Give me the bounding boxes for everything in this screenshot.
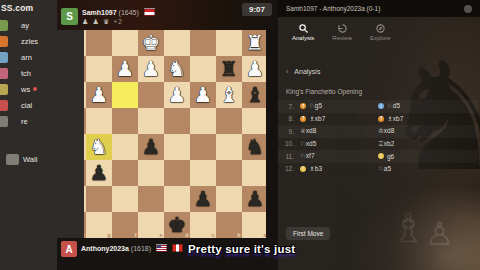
- square-f4[interactable]: [112, 108, 138, 134]
- black-pawn-g6[interactable]: ♟: [86, 160, 112, 186]
- square-e1[interactable]: ♚: [138, 30, 164, 56]
- square-d7[interactable]: [164, 186, 190, 212]
- square-b5[interactable]: [216, 134, 242, 160]
- sidebar-item-arn[interactable]: arn: [0, 50, 32, 64]
- move-text: ♗xb7: [309, 115, 325, 123]
- move-row: 8.?♗xb7?♗xb7: [278, 113, 478, 126]
- square-e2[interactable]: ♟: [138, 56, 164, 82]
- sidebar-item-wall[interactable]: Wall: [0, 152, 37, 166]
- top-player-clock: 9:07: [242, 3, 272, 16]
- square-g2[interactable]: [86, 56, 112, 82]
- opening-name: King's Fianchetto Opening: [286, 88, 362, 95]
- black-pawn-c7[interactable]: ♟: [190, 186, 216, 212]
- white-pawn-c3[interactable]: ♟: [190, 82, 216, 108]
- white-move[interactable]: !♗b3: [300, 165, 378, 173]
- square-g7[interactable]: [86, 186, 112, 212]
- square-g5[interactable]: ♞: [86, 134, 112, 160]
- square-b7[interactable]: [216, 186, 242, 212]
- sidebar-item-zzles[interactable]: zzles: [0, 34, 38, 48]
- sidebar-icon: [0, 100, 8, 111]
- white-knight-g5[interactable]: ♞: [86, 134, 112, 160]
- material-advantage: +2: [114, 18, 123, 25]
- square-f6[interactable]: [112, 160, 138, 186]
- square-g8[interactable]: g: [86, 212, 112, 238]
- square-c3[interactable]: ♟: [190, 82, 216, 108]
- move-text: ♘a5: [378, 165, 391, 173]
- white-move[interactable]: ♘xd5: [300, 140, 378, 148]
- square-e3[interactable]: [138, 82, 164, 108]
- move-text: ♘d5: [387, 102, 400, 110]
- usa-flag-icon: [156, 244, 167, 252]
- white-move[interactable]: ?♘g5: [300, 102, 378, 110]
- move-row: 9.♕xd8♔xd8: [278, 125, 478, 138]
- move-classification-miss-icon: ?: [378, 116, 384, 122]
- black-move[interactable]: ♖xb2: [378, 140, 456, 148]
- move-classification-inacc-icon: !: [300, 166, 306, 172]
- tab-label: Analysis: [292, 35, 314, 41]
- canada-flag-icon: [172, 244, 183, 252]
- analysis-back-row[interactable]: ‹Analysis: [286, 68, 320, 75]
- white-pawn-g3[interactable]: ♟: [86, 82, 112, 108]
- square-d6[interactable]: [164, 160, 190, 186]
- square-d1[interactable]: [164, 30, 190, 56]
- move-number: 9.: [278, 128, 294, 135]
- video-edge-strip: [266, 0, 278, 270]
- file-label-f: f: [135, 232, 137, 238]
- game-title: Samh1097 - Anthony2023a (0-1): [278, 0, 480, 17]
- square-a2[interactable]: ♟: [242, 56, 268, 82]
- move-row: 12.!♗b3♘a5: [278, 163, 478, 176]
- square-d8[interactable]: ♚d: [164, 212, 190, 238]
- sidebar-icon: [0, 84, 8, 95]
- tab-explore[interactable]: Explore: [370, 24, 390, 41]
- move-text: ♘xf7: [300, 152, 315, 160]
- white-pawn-d3[interactable]: ♟: [164, 82, 190, 108]
- chesscom-logo: SS.com: [1, 3, 33, 13]
- sidebar-icon: [0, 116, 8, 127]
- sidebar-item-label: arn: [21, 53, 32, 62]
- black-knight-a5[interactable]: ♞: [242, 134, 268, 160]
- square-a8[interactable]: a: [242, 212, 268, 238]
- move-row: 11.♘xf7!g6: [278, 150, 478, 163]
- square-a6[interactable]: [242, 160, 268, 186]
- square-d4[interactable]: [164, 108, 190, 134]
- move-text: ♘g5: [309, 102, 322, 110]
- square-b3[interactable]: ♝: [216, 82, 242, 108]
- white-pawn-e2[interactable]: ♟: [138, 56, 164, 82]
- move-text: ♘xd5: [300, 140, 316, 148]
- move-text: ♔xd8: [378, 127, 394, 135]
- file-label-e: e: [159, 232, 162, 238]
- file-label-d: d: [185, 232, 188, 238]
- sidebar-icon: [0, 36, 8, 47]
- square-c8[interactable]: c: [190, 212, 216, 238]
- square-g4[interactable]: [86, 108, 112, 134]
- black-move[interactable]: ?♗xb7: [378, 115, 456, 123]
- sidebar-item-label: ay: [21, 21, 29, 30]
- move-classification-miss-icon: ?: [300, 116, 306, 122]
- stream-caption: Pretty sure it's just: [188, 243, 295, 255]
- white-move[interactable]: ♕xd8: [300, 127, 378, 135]
- sidebar-item-label: cial: [21, 101, 32, 110]
- sidebar-item-label: tch: [21, 69, 31, 78]
- white-knight-d2[interactable]: ♞: [164, 56, 190, 82]
- white-pawn-a2[interactable]: ♟: [242, 56, 268, 82]
- bottom-player-avatar[interactable]: A: [61, 241, 77, 257]
- top-player-name[interactable]: Samh1097 (1645): [82, 8, 155, 16]
- bottom-player-rating: (1618): [131, 245, 151, 252]
- square-e5[interactable]: ♟: [138, 134, 164, 160]
- square-b4[interactable]: [216, 108, 242, 134]
- tab-label: Review: [332, 35, 352, 41]
- analysis-tabs: AnalysisReviewExplore: [292, 24, 390, 41]
- sidebar-item-re[interactable]: re: [0, 114, 28, 128]
- square-e6[interactable]: [138, 160, 164, 186]
- file-label-c: c: [211, 232, 214, 238]
- square-d5[interactable]: [164, 134, 190, 160]
- move-text: ♖xb2: [378, 140, 394, 148]
- watermark-dot-icon: [464, 5, 472, 13]
- file-label-g: g: [107, 232, 110, 238]
- move-list: 7.?♘g5i♘d58.?♗xb7?♗xb79.♕xd8♔xd810.♘xd5♖…: [278, 100, 478, 175]
- white-king-e1[interactable]: ♚: [138, 30, 164, 56]
- chess-board[interactable]: ♜♚♜♟♟♟♞♜♟♟♟♟♝♝♞♟♞♟♟♟♟♜hgfe♚dcba: [60, 30, 268, 238]
- black-move[interactable]: ♔xd8: [378, 127, 456, 135]
- move-number: 11.: [278, 153, 294, 160]
- white-move[interactable]: ?♗xb7: [300, 115, 378, 123]
- notification-badge: [33, 87, 37, 91]
- square-e8[interactable]: e: [138, 212, 164, 238]
- sidebar-item-cial[interactable]: cial: [0, 98, 32, 112]
- square-f3[interactable]: [112, 82, 138, 108]
- move-number: 10.: [278, 140, 294, 147]
- square-g6[interactable]: ♟: [86, 160, 112, 186]
- sidebar-item-label: Wall: [23, 155, 37, 164]
- bottom-player-name[interactable]: Anthony2023a (1618): [81, 244, 183, 252]
- stream-frame: ♞ ♝ ♗ ♙ ♜♚♜♟♟♟♞♜♟♟♟♟♝♝♞♟♞♟♟♟♟♜hgfe♚dcba …: [0, 0, 480, 270]
- square-b1[interactable]: [216, 30, 242, 56]
- square-d2[interactable]: ♞: [164, 56, 190, 82]
- square-a7[interactable]: ♟: [242, 186, 268, 212]
- top-player-bar: S Samh1097 (1645) ♟ ♟ ♛ +2 9:07: [57, 0, 278, 30]
- square-f5[interactable]: [112, 134, 138, 160]
- white-move[interactable]: ♘xf7: [300, 152, 378, 160]
- analysis-panel: Samh1097 - Anthony2023a (0-1) AnalysisRe…: [278, 0, 480, 270]
- move-text: ♕xd8: [300, 127, 316, 135]
- top-player-rating: (1645): [119, 9, 139, 16]
- black-move[interactable]: i♘d5: [378, 102, 456, 110]
- square-g3[interactable]: ♟: [86, 82, 112, 108]
- sidebar-item-label: zzles: [21, 37, 38, 46]
- black-bishop-a3[interactable]: ♝: [242, 82, 268, 108]
- file-label-b: b: [237, 232, 240, 238]
- black-pawn-e5[interactable]: ♟: [138, 134, 164, 160]
- black-pawn-a7[interactable]: ♟: [242, 186, 268, 212]
- square-g1[interactable]: [86, 30, 112, 56]
- sidebar-item-tch[interactable]: tch: [0, 66, 31, 80]
- move-number: 8.: [278, 115, 294, 122]
- tab-review[interactable]: Review: [332, 24, 352, 41]
- white-bishop-b3[interactable]: ♝: [216, 82, 242, 108]
- sidebar-item-label: ws: [21, 85, 30, 94]
- tab-label: Explore: [370, 35, 390, 41]
- analysis-icon: [299, 24, 308, 33]
- move-text: ♗xb7: [387, 115, 403, 123]
- sidebar: SS.com ayzzlesarntchwscialre Wall: [0, 0, 84, 270]
- square-f7[interactable]: [112, 186, 138, 212]
- square-a1[interactable]: ♜: [242, 30, 268, 56]
- sidebar-icon: [0, 20, 8, 31]
- chevron-left-icon: ‹: [286, 68, 288, 75]
- black-move[interactable]: !g6: [378, 153, 456, 160]
- square-f1[interactable]: [112, 30, 138, 56]
- square-f8[interactable]: f: [112, 212, 138, 238]
- move-classification-book-icon: i: [378, 103, 384, 109]
- square-a3[interactable]: ♝: [242, 82, 268, 108]
- wall-icon: [6, 154, 19, 165]
- white-rook-a1[interactable]: ♜: [242, 30, 268, 56]
- square-c4[interactable]: [190, 108, 216, 134]
- explore-icon: [376, 24, 385, 33]
- square-e7[interactable]: [138, 186, 164, 212]
- sidebar-icon: [0, 68, 8, 79]
- move-number: 7.: [278, 103, 294, 110]
- square-c7[interactable]: ♟: [190, 186, 216, 212]
- top-player-captured-pieces: ♟ ♟ ♛ +2: [82, 18, 123, 26]
- square-c6[interactable]: [190, 160, 216, 186]
- move-number: 12.: [278, 165, 294, 172]
- move-row: 7.?♘g5i♘d5: [278, 100, 478, 113]
- square-b8[interactable]: b: [216, 212, 242, 238]
- sidebar-item-ws[interactable]: ws: [0, 82, 37, 96]
- square-b2[interactable]: ♜: [216, 56, 242, 82]
- square-f2[interactable]: ♟: [112, 56, 138, 82]
- square-c2[interactable]: [190, 56, 216, 82]
- black-rook-b2[interactable]: ♜: [216, 56, 242, 82]
- move-row: 10.♘xd5♖xb2: [278, 138, 478, 151]
- square-e4[interactable]: [138, 108, 164, 134]
- white-pawn-f2[interactable]: ♟: [112, 56, 138, 82]
- top-player-avatar[interactable]: S: [61, 8, 78, 25]
- review-icon: [338, 24, 347, 33]
- square-a5[interactable]: ♞: [242, 134, 268, 160]
- sidebar-item-ay[interactable]: ay: [0, 18, 29, 32]
- square-b6[interactable]: [216, 160, 242, 186]
- sidebar-item-label: re: [21, 117, 28, 126]
- tab-analysis[interactable]: Analysis: [292, 24, 314, 41]
- move-text: g6: [387, 153, 394, 160]
- sidebar-icon: [0, 52, 8, 63]
- indonesia-flag-icon: [144, 8, 155, 16]
- move-text: ♗b3: [309, 165, 322, 173]
- square-d3[interactable]: ♟: [164, 82, 190, 108]
- square-c1[interactable]: [190, 30, 216, 56]
- black-move[interactable]: ♘a5: [378, 165, 456, 173]
- move-classification-miss-icon: ?: [300, 103, 306, 109]
- first-move-button[interactable]: First Move: [286, 227, 330, 240]
- square-a4[interactable]: [242, 108, 268, 134]
- square-c5[interactable]: [190, 134, 216, 160]
- move-classification-inacc-icon: !: [378, 153, 384, 159]
